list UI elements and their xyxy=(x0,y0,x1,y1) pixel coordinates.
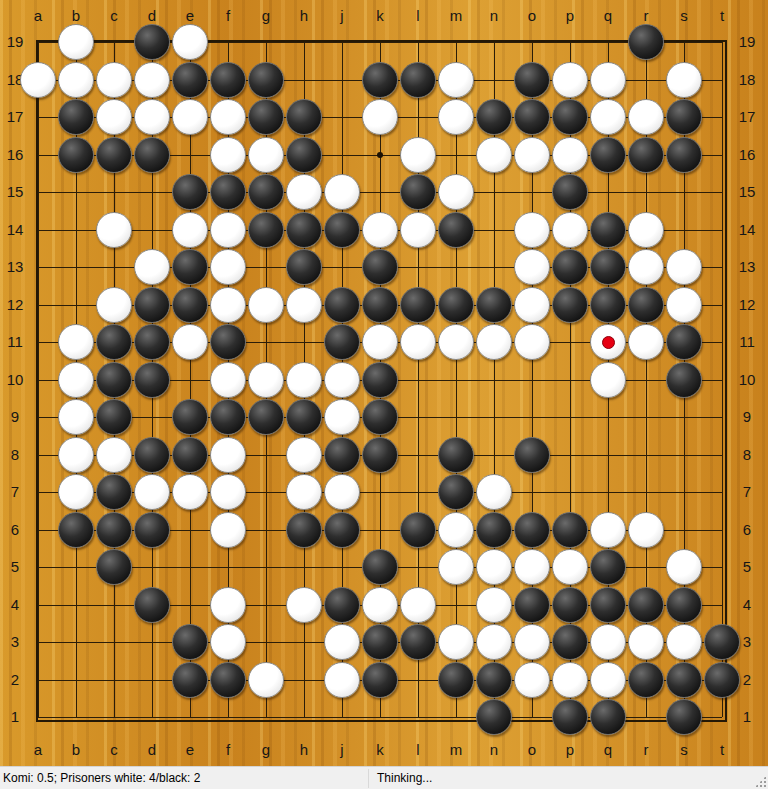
stone-black-h14[interactable] xyxy=(286,212,322,248)
stone-white-e7[interactable] xyxy=(172,474,208,510)
stone-white-h7[interactable] xyxy=(286,474,322,510)
stone-white-s5[interactable] xyxy=(666,549,702,585)
stone-black-n17[interactable] xyxy=(476,99,512,135)
stone-black-g15[interactable] xyxy=(248,174,284,210)
coord-label-top-r: r xyxy=(637,8,655,24)
coord-label-left-3: 3 xyxy=(2,634,28,650)
stone-black-k18[interactable] xyxy=(362,62,398,98)
coord-label-left-17: 17 xyxy=(2,109,28,125)
coord-label-bottom-o: o xyxy=(523,742,541,758)
stone-white-j3[interactable] xyxy=(324,624,360,660)
stone-black-s16[interactable] xyxy=(666,137,702,173)
coord-label-right-9: 9 xyxy=(734,409,760,425)
stone-black-d10[interactable] xyxy=(134,362,170,398)
resize-grip[interactable] xyxy=(754,775,767,788)
stone-black-m2[interactable] xyxy=(438,662,474,698)
stone-white-f7[interactable] xyxy=(210,474,246,510)
stone-white-o3[interactable] xyxy=(514,624,550,660)
coord-label-right-1: 1 xyxy=(734,709,760,725)
stone-black-n2[interactable] xyxy=(476,662,512,698)
stone-black-h6[interactable] xyxy=(286,512,322,548)
stone-white-p5[interactable] xyxy=(552,549,588,585)
stone-black-d4[interactable] xyxy=(134,587,170,623)
stone-white-a18[interactable] xyxy=(20,62,56,98)
stone-white-o2[interactable] xyxy=(514,662,550,698)
stone-black-r12[interactable] xyxy=(628,287,664,323)
coord-label-right-4: 4 xyxy=(734,597,760,613)
coord-label-right-7: 7 xyxy=(734,484,760,500)
stone-white-c14[interactable] xyxy=(96,212,132,248)
stone-black-b6[interactable] xyxy=(58,512,94,548)
stone-black-p17[interactable] xyxy=(552,99,588,135)
stone-white-k17[interactable] xyxy=(362,99,398,135)
stone-black-c10[interactable] xyxy=(96,362,132,398)
stone-white-d13[interactable] xyxy=(134,249,170,285)
coord-label-right-11: 11 xyxy=(734,334,760,350)
stone-black-s10[interactable] xyxy=(666,362,702,398)
stone-white-e19[interactable] xyxy=(172,24,208,60)
stone-black-p1[interactable] xyxy=(552,699,588,735)
coord-label-top-f: f xyxy=(219,8,237,24)
stone-white-q3[interactable] xyxy=(590,624,626,660)
stone-black-e18[interactable] xyxy=(172,62,208,98)
stone-white-m5[interactable] xyxy=(438,549,474,585)
stone-black-o4[interactable] xyxy=(514,587,550,623)
coord-label-top-t: t xyxy=(713,8,731,24)
stone-white-r17[interactable] xyxy=(628,99,664,135)
status-thinking: Thinking... xyxy=(377,767,432,789)
stone-black-c11[interactable] xyxy=(96,324,132,360)
stone-black-p13[interactable] xyxy=(552,249,588,285)
stone-white-g12[interactable] xyxy=(248,287,284,323)
stone-black-e9[interactable] xyxy=(172,399,208,435)
coord-label-left-10: 10 xyxy=(2,372,28,388)
stone-black-o6[interactable] xyxy=(514,512,550,548)
stone-black-d11[interactable] xyxy=(134,324,170,360)
stone-white-b7[interactable] xyxy=(58,474,94,510)
stone-white-d17[interactable] xyxy=(134,99,170,135)
stone-white-f6[interactable] xyxy=(210,512,246,548)
stone-white-f8[interactable] xyxy=(210,437,246,473)
coord-label-top-k: k xyxy=(371,8,389,24)
stone-white-o12[interactable] xyxy=(514,287,550,323)
stone-black-l3[interactable] xyxy=(400,624,436,660)
stone-white-o13[interactable] xyxy=(514,249,550,285)
stone-white-j2[interactable] xyxy=(324,662,360,698)
stone-black-l15[interactable] xyxy=(400,174,436,210)
stone-white-j15[interactable] xyxy=(324,174,360,210)
stone-white-p16[interactable] xyxy=(552,137,588,173)
stone-black-q13[interactable] xyxy=(590,249,626,285)
stone-white-s12[interactable] xyxy=(666,287,702,323)
stone-black-e2[interactable] xyxy=(172,662,208,698)
stone-black-l18[interactable] xyxy=(400,62,436,98)
stone-black-t2[interactable] xyxy=(704,662,740,698)
stone-black-q5[interactable] xyxy=(590,549,626,585)
stone-black-p4[interactable] xyxy=(552,587,588,623)
stone-black-s1[interactable] xyxy=(666,699,702,735)
stone-black-t3[interactable] xyxy=(704,624,740,660)
coord-label-top-b: b xyxy=(67,8,85,24)
stone-white-g10[interactable] xyxy=(248,362,284,398)
stone-white-f12[interactable] xyxy=(210,287,246,323)
coord-label-top-a: a xyxy=(29,8,47,24)
coord-label-left-5: 5 xyxy=(2,559,28,575)
coord-label-left-13: 13 xyxy=(2,259,28,275)
stone-black-m14[interactable] xyxy=(438,212,474,248)
coord-label-right-6: 6 xyxy=(734,522,760,538)
go-board[interactable]: aabbccddeeffgghhjjkkllmmnnooppqqrrsstt19… xyxy=(0,0,768,766)
coord-label-right-10: 10 xyxy=(734,372,760,388)
stone-black-r4[interactable] xyxy=(628,587,664,623)
stone-black-f18[interactable] xyxy=(210,62,246,98)
stone-black-f15[interactable] xyxy=(210,174,246,210)
coord-label-bottom-a: a xyxy=(29,742,47,758)
coord-label-left-8: 8 xyxy=(2,447,28,463)
stone-white-o16[interactable] xyxy=(514,137,550,173)
stone-white-h4[interactable] xyxy=(286,587,322,623)
coord-label-top-j: j xyxy=(333,8,351,24)
stone-white-f3[interactable] xyxy=(210,624,246,660)
stone-white-n5[interactable] xyxy=(476,549,512,585)
coord-label-right-18: 18 xyxy=(734,72,760,88)
stone-white-q6[interactable] xyxy=(590,512,626,548)
coord-label-bottom-c: c xyxy=(105,742,123,758)
stone-black-d19[interactable] xyxy=(134,24,170,60)
stone-black-q4[interactable] xyxy=(590,587,626,623)
stone-white-m11[interactable] xyxy=(438,324,474,360)
stone-black-n12[interactable] xyxy=(476,287,512,323)
stone-black-f11[interactable] xyxy=(210,324,246,360)
stone-black-j11[interactable] xyxy=(324,324,360,360)
stone-black-e15[interactable] xyxy=(172,174,208,210)
stone-black-j6[interactable] xyxy=(324,512,360,548)
stone-white-b11[interactable] xyxy=(58,324,94,360)
stone-white-g16[interactable] xyxy=(248,137,284,173)
coord-label-bottom-d: d xyxy=(143,742,161,758)
stone-white-j10[interactable] xyxy=(324,362,360,398)
stone-black-g18[interactable] xyxy=(248,62,284,98)
coord-label-top-o: o xyxy=(523,8,541,24)
stone-black-s17[interactable] xyxy=(666,99,702,135)
status-bar: Komi: 0.5; Prisoners white: 4/black: 2 T… xyxy=(0,766,768,789)
stone-white-p14[interactable] xyxy=(552,212,588,248)
coord-label-bottom-e: e xyxy=(181,742,199,758)
coord-label-right-17: 17 xyxy=(734,109,760,125)
stone-black-b17[interactable] xyxy=(58,99,94,135)
stone-black-l12[interactable] xyxy=(400,287,436,323)
stone-black-c6[interactable] xyxy=(96,512,132,548)
stone-white-n16[interactable] xyxy=(476,137,512,173)
stone-black-j14[interactable] xyxy=(324,212,360,248)
coord-label-bottom-s: s xyxy=(675,742,693,758)
stone-white-p18[interactable] xyxy=(552,62,588,98)
stone-white-c12[interactable] xyxy=(96,287,132,323)
coord-label-top-g: g xyxy=(257,8,275,24)
stone-white-p2[interactable] xyxy=(552,662,588,698)
stone-white-n7[interactable] xyxy=(476,474,512,510)
stone-black-r2[interactable] xyxy=(628,662,664,698)
stone-white-q17[interactable] xyxy=(590,99,626,135)
coord-label-top-n: n xyxy=(485,8,503,24)
stone-black-k5[interactable] xyxy=(362,549,398,585)
stone-black-k2[interactable] xyxy=(362,662,398,698)
stone-black-p12[interactable] xyxy=(552,287,588,323)
stone-white-r11[interactable] xyxy=(628,324,664,360)
stone-black-b16[interactable] xyxy=(58,137,94,173)
coord-label-right-5: 5 xyxy=(734,559,760,575)
coord-label-left-11: 11 xyxy=(2,334,28,350)
stone-white-q10[interactable] xyxy=(590,362,626,398)
coord-label-right-16: 16 xyxy=(734,147,760,163)
stone-black-o8[interactable] xyxy=(514,437,550,473)
stone-white-r3[interactable] xyxy=(628,624,664,660)
stone-black-k13[interactable] xyxy=(362,249,398,285)
coord-label-right-8: 8 xyxy=(734,447,760,463)
stone-white-b9[interactable] xyxy=(58,399,94,435)
stone-white-c18[interactable] xyxy=(96,62,132,98)
stone-black-j4[interactable] xyxy=(324,587,360,623)
stone-black-m8[interactable] xyxy=(438,437,474,473)
stone-black-p6[interactable] xyxy=(552,512,588,548)
stone-white-k11[interactable] xyxy=(362,324,398,360)
stone-white-m6[interactable] xyxy=(438,512,474,548)
stone-white-c8[interactable] xyxy=(96,437,132,473)
stone-black-r19[interactable] xyxy=(628,24,664,60)
stone-black-c9[interactable] xyxy=(96,399,132,435)
stone-white-l4[interactable] xyxy=(400,587,436,623)
stone-white-b18[interactable] xyxy=(58,62,94,98)
stone-white-b10[interactable] xyxy=(58,362,94,398)
stone-black-e12[interactable] xyxy=(172,287,208,323)
stone-black-c7[interactable] xyxy=(96,474,132,510)
coord-label-bottom-h: h xyxy=(295,742,313,758)
coord-label-left-6: 6 xyxy=(2,522,28,538)
stone-black-e13[interactable] xyxy=(172,249,208,285)
stone-black-q16[interactable] xyxy=(590,137,626,173)
star-point-k16 xyxy=(377,152,383,158)
stone-white-m17[interactable] xyxy=(438,99,474,135)
stone-white-r6[interactable] xyxy=(628,512,664,548)
stone-white-e17[interactable] xyxy=(172,99,208,135)
stone-white-e11[interactable] xyxy=(172,324,208,360)
stone-black-c5[interactable] xyxy=(96,549,132,585)
coord-label-bottom-t: t xyxy=(713,742,731,758)
stone-black-k9[interactable] xyxy=(362,399,398,435)
stone-white-l11[interactable] xyxy=(400,324,436,360)
coord-label-bottom-k: k xyxy=(371,742,389,758)
stone-white-r14[interactable] xyxy=(628,212,664,248)
stone-white-n4[interactable] xyxy=(476,587,512,623)
coord-label-bottom-b: b xyxy=(67,742,85,758)
stone-black-m7[interactable] xyxy=(438,474,474,510)
stone-black-o18[interactable] xyxy=(514,62,550,98)
stone-black-s2[interactable] xyxy=(666,662,702,698)
coord-label-left-7: 7 xyxy=(2,484,28,500)
stone-black-f2[interactable] xyxy=(210,662,246,698)
coord-label-top-d: d xyxy=(143,8,161,24)
stone-white-f17[interactable] xyxy=(210,99,246,135)
stone-white-m3[interactable] xyxy=(438,624,474,660)
stone-white-h12[interactable] xyxy=(286,287,322,323)
stone-black-d8[interactable] xyxy=(134,437,170,473)
stone-black-h13[interactable] xyxy=(286,249,322,285)
stone-white-n11[interactable] xyxy=(476,324,512,360)
coord-label-top-e: e xyxy=(181,8,199,24)
stone-black-g9[interactable] xyxy=(248,399,284,435)
stone-black-k3[interactable] xyxy=(362,624,398,660)
coord-label-left-2: 2 xyxy=(2,672,28,688)
stone-white-b8[interactable] xyxy=(58,437,94,473)
coord-label-top-c: c xyxy=(105,8,123,24)
stone-black-s4[interactable] xyxy=(666,587,702,623)
coord-label-bottom-r: r xyxy=(637,742,655,758)
stone-white-j9[interactable] xyxy=(324,399,360,435)
stone-white-m18[interactable] xyxy=(438,62,474,98)
stone-black-n1[interactable] xyxy=(476,699,512,735)
coord-label-left-16: 16 xyxy=(2,147,28,163)
stone-black-l6[interactable] xyxy=(400,512,436,548)
stone-black-q12[interactable] xyxy=(590,287,626,323)
stone-black-k10[interactable] xyxy=(362,362,398,398)
stone-black-m12[interactable] xyxy=(438,287,474,323)
stone-white-h10[interactable] xyxy=(286,362,322,398)
coord-label-right-12: 12 xyxy=(734,297,760,313)
stone-white-f10[interactable] xyxy=(210,362,246,398)
coord-label-left-15: 15 xyxy=(2,184,28,200)
stone-black-p15[interactable] xyxy=(552,174,588,210)
stone-white-f14[interactable] xyxy=(210,212,246,248)
stone-white-f16[interactable] xyxy=(210,137,246,173)
stone-white-h8[interactable] xyxy=(286,437,322,473)
stone-white-l14[interactable] xyxy=(400,212,436,248)
last-move-marker-q11 xyxy=(602,336,615,349)
coord-label-right-19: 19 xyxy=(734,34,760,50)
coord-label-bottom-f: f xyxy=(219,742,237,758)
stone-black-o17[interactable] xyxy=(514,99,550,135)
stone-white-f4[interactable] xyxy=(210,587,246,623)
stone-white-b19[interactable] xyxy=(58,24,94,60)
stone-white-s18[interactable] xyxy=(666,62,702,98)
stone-black-d16[interactable] xyxy=(134,137,170,173)
coord-label-bottom-p: p xyxy=(561,742,579,758)
coord-label-right-15: 15 xyxy=(734,184,760,200)
coord-label-top-m: m xyxy=(447,8,465,24)
coord-label-left-9: 9 xyxy=(2,409,28,425)
coord-label-bottom-l: l xyxy=(409,742,427,758)
coord-label-bottom-q: q xyxy=(599,742,617,758)
stone-black-h17[interactable] xyxy=(286,99,322,135)
stone-white-s3[interactable] xyxy=(666,624,702,660)
stone-black-q14[interactable] xyxy=(590,212,626,248)
stone-white-j7[interactable] xyxy=(324,474,360,510)
stone-black-g17[interactable] xyxy=(248,99,284,135)
stone-black-f9[interactable] xyxy=(210,399,246,435)
stone-white-r13[interactable] xyxy=(628,249,664,285)
coord-label-bottom-m: m xyxy=(447,742,465,758)
stone-black-h16[interactable] xyxy=(286,137,322,173)
stone-white-c17[interactable] xyxy=(96,99,132,135)
coord-label-left-14: 14 xyxy=(2,222,28,238)
coord-label-left-12: 12 xyxy=(2,297,28,313)
stone-black-j8[interactable] xyxy=(324,437,360,473)
stone-white-d7[interactable] xyxy=(134,474,170,510)
stone-black-e3[interactable] xyxy=(172,624,208,660)
stone-white-e14[interactable] xyxy=(172,212,208,248)
coord-label-left-4: 4 xyxy=(2,597,28,613)
stone-white-l16[interactable] xyxy=(400,137,436,173)
coord-label-left-19: 19 xyxy=(2,34,28,50)
stone-black-r16[interactable] xyxy=(628,137,664,173)
stone-white-n3[interactable] xyxy=(476,624,512,660)
stone-white-k14[interactable] xyxy=(362,212,398,248)
stone-black-c16[interactable] xyxy=(96,137,132,173)
coord-label-top-q: q xyxy=(599,8,617,24)
coord-label-bottom-n: n xyxy=(485,742,503,758)
stone-black-h9[interactable] xyxy=(286,399,322,435)
stone-white-d18[interactable] xyxy=(134,62,170,98)
coord-label-left-1: 1 xyxy=(2,709,28,725)
stone-white-s13[interactable] xyxy=(666,249,702,285)
stone-white-q2[interactable] xyxy=(590,662,626,698)
stone-black-n6[interactable] xyxy=(476,512,512,548)
stone-white-h15[interactable] xyxy=(286,174,322,210)
stone-white-q18[interactable] xyxy=(590,62,626,98)
stone-black-q1[interactable] xyxy=(590,699,626,735)
stone-black-s11[interactable] xyxy=(666,324,702,360)
stone-black-d12[interactable] xyxy=(134,287,170,323)
stone-black-e8[interactable] xyxy=(172,437,208,473)
coord-label-top-s: s xyxy=(675,8,693,24)
stone-white-f13[interactable] xyxy=(210,249,246,285)
coord-label-right-13: 13 xyxy=(734,259,760,275)
status-separator xyxy=(368,769,369,788)
stone-white-m15[interactable] xyxy=(438,174,474,210)
status-komi-prisoners: Komi: 0.5; Prisoners white: 4/black: 2 xyxy=(3,767,200,789)
stone-black-k12[interactable] xyxy=(362,287,398,323)
coord-label-top-h: h xyxy=(295,8,313,24)
stone-white-g2[interactable] xyxy=(248,662,284,698)
coord-label-right-14: 14 xyxy=(734,222,760,238)
stone-white-o11[interactable] xyxy=(514,324,550,360)
coord-label-top-l: l xyxy=(409,8,427,24)
coord-label-top-p: p xyxy=(561,8,579,24)
stone-black-k8[interactable] xyxy=(362,437,398,473)
stone-black-g14[interactable] xyxy=(248,212,284,248)
stone-black-d6[interactable] xyxy=(134,512,170,548)
stone-white-o5[interactable] xyxy=(514,549,550,585)
stone-white-k4[interactable] xyxy=(362,587,398,623)
stone-black-j12[interactable] xyxy=(324,287,360,323)
coord-label-bottom-j: j xyxy=(333,742,351,758)
stone-white-o14[interactable] xyxy=(514,212,550,248)
stone-black-p3[interactable] xyxy=(552,624,588,660)
coord-label-bottom-g: g xyxy=(257,742,275,758)
